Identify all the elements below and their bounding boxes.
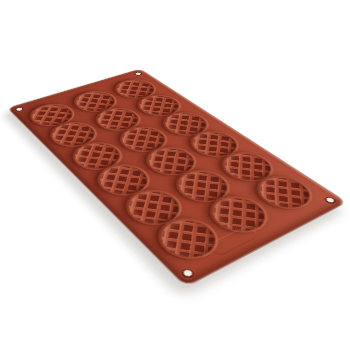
waffle-cavity-grid — [140, 69, 346, 202]
corner-hole — [133, 71, 144, 76]
silicone-waffle-mold — [8, 69, 346, 286]
corner-hole — [14, 106, 25, 112]
corner-hole — [322, 195, 338, 204]
corner-holes — [140, 69, 346, 202]
corner-hole — [179, 267, 197, 280]
photo-white-background — [0, 0, 350, 350]
